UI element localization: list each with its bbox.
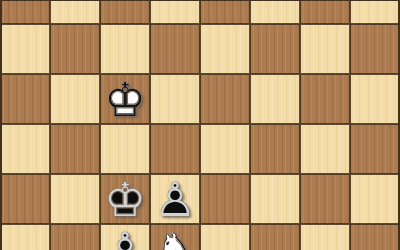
square-h5[interactable] (350, 74, 400, 124)
square-g2[interactable] (300, 224, 350, 250)
square-c7[interactable] (100, 0, 150, 24)
square-h2[interactable] (350, 224, 400, 250)
square-e7[interactable] (200, 0, 250, 24)
white-king-outline-glyph: ♔ (100, 74, 150, 124)
square-h6[interactable] (350, 24, 400, 74)
black-pawn[interactable]: ♟♙ (150, 174, 200, 224)
square-e2[interactable] (200, 224, 250, 250)
square-a4[interactable] (0, 124, 50, 174)
square-g5[interactable] (300, 74, 350, 124)
black-king-outline-glyph: ♔ (100, 174, 150, 224)
square-f2[interactable] (250, 224, 300, 250)
black-pawn-outline-glyph: ♙ (150, 174, 200, 224)
square-g4[interactable] (300, 124, 350, 174)
square-e6[interactable] (200, 24, 250, 74)
board-viewport: ♚♔♚♔♟♙♟♙♞♘ (0, 0, 400, 250)
square-h7[interactable] (350, 0, 400, 24)
square-e4[interactable] (200, 124, 250, 174)
square-c2[interactable]: ♟♙ (100, 224, 150, 250)
square-b4[interactable] (50, 124, 100, 174)
black-king[interactable]: ♚♔ (100, 174, 150, 224)
square-c4[interactable] (100, 124, 150, 174)
square-f4[interactable] (250, 124, 300, 174)
square-d6[interactable] (150, 24, 200, 74)
square-h3[interactable] (350, 174, 400, 224)
square-c6[interactable] (100, 24, 150, 74)
square-a7[interactable] (0, 0, 50, 24)
square-f3[interactable] (250, 174, 300, 224)
black-pawn-outline-glyph: ♙ (100, 224, 150, 250)
chess-board: ♚♔♚♔♟♙♟♙♞♘ (0, 0, 400, 250)
square-d3[interactable]: ♟♙ (150, 174, 200, 224)
square-f5[interactable] (250, 74, 300, 124)
square-d5[interactable] (150, 74, 200, 124)
white-knight[interactable]: ♞♘ (150, 224, 200, 250)
square-d7[interactable] (150, 0, 200, 24)
square-h4[interactable] (350, 124, 400, 174)
square-b2[interactable] (50, 224, 100, 250)
square-g7[interactable] (300, 0, 350, 24)
square-g6[interactable] (300, 24, 350, 74)
white-king[interactable]: ♚♔ (100, 74, 150, 124)
square-d2[interactable]: ♞♘ (150, 224, 200, 250)
square-a6[interactable] (0, 24, 50, 74)
black-pawn[interactable]: ♟♙ (100, 224, 150, 250)
square-f6[interactable] (250, 24, 300, 74)
square-a3[interactable] (0, 174, 50, 224)
square-a2[interactable] (0, 224, 50, 250)
square-g3[interactable] (300, 174, 350, 224)
square-a5[interactable] (0, 74, 50, 124)
square-c5[interactable]: ♚♔ (100, 74, 150, 124)
square-b6[interactable] (50, 24, 100, 74)
square-b7[interactable] (50, 0, 100, 24)
square-b5[interactable] (50, 74, 100, 124)
white-knight-outline-glyph: ♘ (150, 224, 200, 250)
square-e5[interactable] (200, 74, 250, 124)
square-f7[interactable] (250, 0, 300, 24)
square-c3[interactable]: ♚♔ (100, 174, 150, 224)
square-b3[interactable] (50, 174, 100, 224)
square-d4[interactable] (150, 124, 200, 174)
square-e3[interactable] (200, 174, 250, 224)
